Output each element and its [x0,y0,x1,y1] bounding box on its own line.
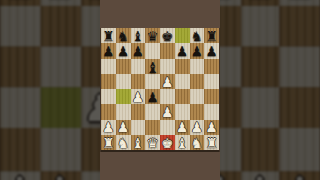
square-a3[interactable] [101,104,116,119]
piece-black-knight: ♞ [117,29,129,43]
bg-square-b4 [40,87,80,128]
square-h5[interactable] [204,74,219,89]
piece-black-bishop: ♝ [132,29,144,43]
square-f2[interactable]: ♟ [175,120,190,135]
square-g2[interactable]: ♟ [190,120,205,135]
square-h8[interactable]: ♜ [204,28,219,43]
piece-white-pawn: ♟ [102,121,114,135]
bg-piece-black-pawn: ♟ [284,0,317,4]
bg-square-g4 [240,87,280,128]
bg-square-h7: ♟ [280,0,320,5]
piece-white-pawn: ♟ [161,106,173,120]
piece-black-pawn: ♟ [206,45,218,59]
bg-square-h2: ♟ [280,170,320,180]
bg-square-b3 [40,129,80,170]
piece-black-knight: ♞ [191,29,203,43]
square-h3[interactable] [204,104,219,119]
piece-white-rook: ♜ [102,136,114,150]
square-f8[interactable] [175,28,190,43]
bg-square-b5 [40,46,80,87]
bg-square-g7: ♟ [240,0,280,5]
piece-black-pawn: ♟ [102,45,114,59]
square-g5[interactable] [190,74,205,89]
bg-square-a7: ♟ [0,0,40,5]
bg-square-h5 [280,46,320,87]
square-e4[interactable] [160,89,175,104]
square-b5[interactable] [116,74,131,89]
square-f3[interactable] [175,104,190,119]
square-d2[interactable] [145,120,160,135]
bg-piece-black-pawn: ♟ [244,0,277,4]
piece-white-pawn: ♟ [161,75,173,89]
chess-board: ♜♞♝♛♚♞♜♟♟♟♟♟♟♝♟♟♟♟♟♟♟♟♟♜♞♝♛♚♝♞♜ [101,28,219,152]
piece-black-pawn: ♟ [132,45,144,59]
piece-black-queen: ♛ [147,29,159,43]
piece-white-pawn: ♟ [191,121,203,135]
square-h7[interactable]: ♟ [204,43,219,58]
bg-square-g2: ♟ [240,170,280,180]
square-b7[interactable]: ♟ [116,43,131,58]
bg-piece-white-pawn: ♟ [284,174,317,180]
square-g8[interactable]: ♞ [190,28,205,43]
bg-square-g3 [240,129,280,170]
piece-black-pawn: ♟ [147,90,159,104]
square-b1[interactable]: ♞ [116,135,131,150]
bg-square-b7: ♟ [40,0,80,5]
bg-square-a4 [0,87,40,128]
piece-white-knight: ♞ [191,136,203,150]
piece-black-pawn: ♟ [117,45,129,59]
square-f4[interactable] [175,89,190,104]
square-e5[interactable]: ♟ [160,74,175,89]
square-b2[interactable]: ♟ [116,120,131,135]
bg-square-g5 [240,46,280,87]
bg-square-a6 [0,5,40,46]
square-a6[interactable] [101,59,116,74]
piece-black-pawn: ♟ [176,45,188,59]
bg-piece-white-pawn: ♟ [4,174,37,180]
square-d7[interactable] [145,43,160,58]
square-h6[interactable] [204,59,219,74]
square-c4[interactable]: ♟ [131,89,146,104]
square-b6[interactable] [116,59,131,74]
bg-square-h3 [280,129,320,170]
square-a8[interactable]: ♜ [101,28,116,43]
bg-square-a5 [0,46,40,87]
square-e1[interactable]: ♚ [160,135,175,150]
piece-black-rook: ♜ [206,29,218,43]
square-e7[interactable] [160,43,175,58]
piece-black-bishop-animating: ♝ [146,60,159,75]
square-c1[interactable]: ♝ [131,135,146,150]
bg-square-h6 [280,5,320,46]
piece-white-rook: ♜ [206,136,218,150]
bg-square-b6 [40,5,80,46]
square-d8[interactable]: ♛ [145,28,160,43]
square-e3[interactable]: ♟ [160,104,175,119]
square-h2[interactable]: ♟ [204,120,219,135]
piece-white-queen: ♛ [147,136,159,150]
bg-square-b2: ♟ [40,170,80,180]
square-d1[interactable]: ♛ [145,135,160,150]
bg-piece-black-pawn: ♟ [4,0,37,4]
square-a2[interactable]: ♟ [101,120,116,135]
square-d6[interactable]: ♝ [145,59,160,74]
square-f6[interactable] [175,59,190,74]
bg-piece-white-pawn: ♟ [244,174,277,180]
square-a1[interactable]: ♜ [101,135,116,150]
bg-square-a2: ♟ [0,170,40,180]
square-c7[interactable]: ♟ [131,43,146,58]
square-h1[interactable]: ♜ [204,135,219,150]
piece-white-pawn: ♟ [117,121,129,135]
square-e8[interactable]: ♚ [160,28,175,43]
square-g4[interactable] [190,89,205,104]
piece-white-pawn: ♟ [176,121,188,135]
bg-square-g6 [240,5,280,46]
square-e6[interactable] [160,59,175,74]
square-h4[interactable] [204,89,219,104]
square-g7[interactable]: ♟ [190,43,205,58]
square-a4[interactable] [101,89,116,104]
piece-black-king: ♚ [161,29,173,43]
video-frame: ♜♞♝♛♚♞♜♟♟♟♟♟♟♝♟♟♟♟♟♟♟♟♟♜♞♝♛♚♝♞♜ ♜♞♝♛♚♞♜♟… [0,0,320,180]
square-c8[interactable]: ♝ [131,28,146,43]
square-b3[interactable] [116,104,131,119]
square-c5[interactable] [131,74,146,89]
square-f7[interactable]: ♟ [175,43,190,58]
piece-white-pawn: ♟ [206,121,218,135]
square-a7[interactable]: ♟ [101,43,116,58]
bg-piece-white-pawn: ♟ [44,174,77,180]
bg-square-a3 [0,129,40,170]
square-c3[interactable] [131,104,146,119]
square-c2[interactable] [131,120,146,135]
piece-white-bishop: ♝ [176,136,188,150]
square-e2[interactable] [160,120,175,135]
piece-black-pawn: ♟ [191,45,203,59]
square-c6[interactable] [131,59,146,74]
piece-white-knight: ♞ [117,136,129,150]
square-b8[interactable]: ♞ [116,28,131,43]
piece-white-bishop: ♝ [132,136,144,150]
square-b4[interactable] [116,89,131,104]
square-g3[interactable] [190,104,205,119]
square-f5[interactable] [175,74,190,89]
square-g1[interactable]: ♞ [190,135,205,150]
piece-white-king: ♚ [161,136,173,150]
piece-white-pawn: ♟ [132,90,144,104]
bg-square-h4 [280,87,320,128]
piece-black-rook: ♜ [102,29,114,43]
bg-piece-black-pawn: ♟ [44,0,77,4]
square-g6[interactable] [190,59,205,74]
square-d4[interactable]: ♟ [145,89,160,104]
square-d3[interactable] [145,104,160,119]
square-f1[interactable]: ♝ [175,135,190,150]
square-a5[interactable] [101,74,116,89]
